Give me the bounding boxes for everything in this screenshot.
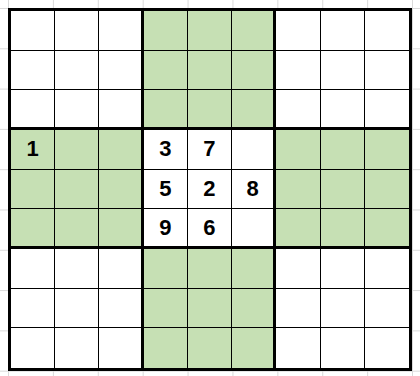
cell-r1c6[interactable] [232, 11, 276, 51]
cell-r1c4[interactable] [144, 11, 188, 51]
cell-r9c7[interactable] [276, 328, 320, 368]
cell-r6c8[interactable] [321, 209, 365, 249]
cell-r3c6[interactable] [232, 90, 276, 130]
cell-r5c7[interactable] [276, 170, 320, 210]
cell-r9c8[interactable] [321, 328, 365, 368]
cell-r8c2[interactable] [55, 289, 99, 329]
cell-r7c6[interactable] [232, 249, 276, 289]
cell-r4c6[interactable] [232, 130, 276, 170]
cell-r6c7[interactable] [276, 209, 320, 249]
cell-r3c8[interactable] [321, 90, 365, 130]
cell-r3c9[interactable] [365, 90, 409, 130]
cell-r1c2[interactable] [55, 11, 99, 51]
cell-r4c7[interactable] [276, 130, 320, 170]
cell-r5c2[interactable] [55, 170, 99, 210]
cell-r7c7[interactable] [276, 249, 320, 289]
cell-r8c8[interactable] [321, 289, 365, 329]
cell-r8c5[interactable] [188, 289, 232, 329]
cell-r3c3[interactable] [99, 90, 143, 130]
cell-r3c1[interactable] [11, 90, 55, 130]
cell-r4c2[interactable] [55, 130, 99, 170]
cell-r4c8[interactable] [321, 130, 365, 170]
cell-r3c7[interactable] [276, 90, 320, 130]
cell-r8c7[interactable] [276, 289, 320, 329]
cell-r2c2[interactable] [55, 51, 99, 91]
cell-r8c1[interactable] [11, 289, 55, 329]
cell-r4c4[interactable]: 3 [144, 130, 188, 170]
cell-r5c6[interactable]: 8 [232, 170, 276, 210]
cell-r2c6[interactable] [232, 51, 276, 91]
cell-r9c6[interactable] [232, 328, 276, 368]
cell-r3c2[interactable] [55, 90, 99, 130]
cell-r1c3[interactable] [99, 11, 143, 51]
cell-r8c6[interactable] [232, 289, 276, 329]
cell-r5c8[interactable] [321, 170, 365, 210]
cell-r7c1[interactable] [11, 249, 55, 289]
cell-r2c9[interactable] [365, 51, 409, 91]
cell-r7c4[interactable] [144, 249, 188, 289]
cell-r9c1[interactable] [11, 328, 55, 368]
cell-r7c5[interactable] [188, 249, 232, 289]
cell-r3c5[interactable] [188, 90, 232, 130]
cell-r6c3[interactable] [99, 209, 143, 249]
cell-r9c5[interactable] [188, 328, 232, 368]
cell-r8c4[interactable] [144, 289, 188, 329]
cell-r1c8[interactable] [321, 11, 365, 51]
cell-r2c4[interactable] [144, 51, 188, 91]
cell-r6c4[interactable]: 9 [144, 209, 188, 249]
cell-r6c1[interactable] [11, 209, 55, 249]
cell-r2c8[interactable] [321, 51, 365, 91]
cell-r4c5[interactable]: 7 [188, 130, 232, 170]
cell-r4c1[interactable]: 1 [11, 130, 55, 170]
cell-r1c1[interactable] [11, 11, 55, 51]
cell-r2c3[interactable] [99, 51, 143, 91]
cell-r9c2[interactable] [55, 328, 99, 368]
cell-r8c9[interactable] [365, 289, 409, 329]
cell-r5c1[interactable] [11, 170, 55, 210]
cell-r5c3[interactable] [99, 170, 143, 210]
cell-r6c6[interactable] [232, 209, 276, 249]
cell-r7c9[interactable] [365, 249, 409, 289]
cell-r6c5[interactable]: 6 [188, 209, 232, 249]
cell-r2c1[interactable] [11, 51, 55, 91]
cell-r1c7[interactable] [276, 11, 320, 51]
cell-r9c9[interactable] [365, 328, 409, 368]
cell-r7c3[interactable] [99, 249, 143, 289]
cell-r7c8[interactable] [321, 249, 365, 289]
cell-r6c9[interactable] [365, 209, 409, 249]
cell-r6c2[interactable] [55, 209, 99, 249]
cell-r4c3[interactable] [99, 130, 143, 170]
cell-r7c2[interactable] [55, 249, 99, 289]
cell-r5c9[interactable] [365, 170, 409, 210]
cell-r5c5[interactable]: 2 [188, 170, 232, 210]
cell-r1c5[interactable] [188, 11, 232, 51]
cell-r2c7[interactable] [276, 51, 320, 91]
cell-r1c9[interactable] [365, 11, 409, 51]
cell-r9c4[interactable] [144, 328, 188, 368]
cell-r5c4[interactable]: 5 [144, 170, 188, 210]
cell-r4c9[interactable] [365, 130, 409, 170]
cell-r2c5[interactable] [188, 51, 232, 91]
sudoku-board: 13752896 [8, 8, 412, 371]
cell-r9c3[interactable] [99, 328, 143, 368]
cell-r8c3[interactable] [99, 289, 143, 329]
cell-r3c4[interactable] [144, 90, 188, 130]
sudoku-page: 13752896 [0, 0, 420, 376]
